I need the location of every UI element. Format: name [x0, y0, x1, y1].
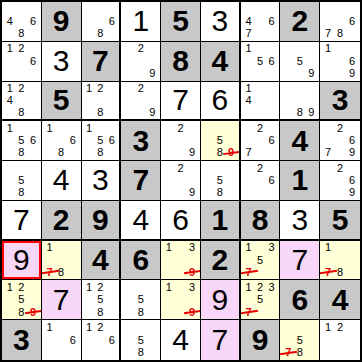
cell-r9c4[interactable]: 58: [121, 320, 161, 360]
cell-r2c4[interactable]: 29: [121, 42, 161, 82]
empty-slot: [254, 135, 266, 147]
empty-slot: [334, 3, 346, 15]
eliminated-candidate-7: 7: [282, 346, 294, 359]
empty-slot: [84, 334, 95, 347]
empty-slot: [266, 162, 278, 174]
cell-r1c9[interactable]: 678: [320, 2, 360, 42]
empty-slot: [4, 135, 16, 147]
candidate-6: 6: [106, 15, 117, 27]
empty-slot: [334, 242, 346, 254]
cell-r7c8[interactable]: 7: [280, 241, 320, 281]
empty-slot: [55, 321, 67, 334]
empty-slot: [306, 83, 318, 95]
empty-slot: [84, 3, 95, 15]
cell-r1c8[interactable]: 2: [280, 2, 320, 42]
empty-slot: [266, 94, 278, 106]
empty-slot: [254, 147, 266, 159]
cell-r5c4[interactable]: 7: [121, 161, 161, 201]
empty-slot: [27, 281, 39, 293]
cell-r5c9[interactable]: 269: [320, 161, 360, 201]
pencil-marks: 12357: [241, 280, 280, 319]
cell-r6c6[interactable]: 1: [201, 201, 241, 241]
empty-slot: [294, 94, 306, 106]
cell-r8c3[interactable]: 1258: [82, 280, 122, 320]
cell-r5c2[interactable]: 4: [42, 161, 82, 201]
cell-r6c9[interactable]: 5: [320, 201, 360, 241]
candidate-1: 1: [44, 242, 56, 254]
empty-slot: [27, 83, 39, 95]
empty-slot: [4, 162, 16, 174]
eliminated-candidate-7: 7: [322, 266, 334, 278]
cell-r1c6[interactable]: 3: [201, 2, 241, 42]
empty-slot: [266, 28, 278, 40]
cell-r9c6[interactable]: 7: [201, 320, 241, 360]
empty-slot: [254, 28, 266, 40]
pencil-marks: 58: [201, 161, 239, 200]
cell-r5c7[interactable]: 26: [241, 161, 281, 201]
cell-r9c8[interactable]: 578: [280, 320, 320, 360]
cell-r7c4[interactable]: 6: [121, 241, 161, 281]
pencil-marks: 1248: [2, 82, 41, 120]
empty-slot: [225, 122, 236, 134]
given-digit: 4: [332, 285, 349, 315]
empty-slot: [27, 43, 39, 55]
given-digit: 3: [13, 325, 30, 355]
empty-slot: [175, 281, 187, 293]
candidate-9: 9: [346, 67, 358, 79]
cell-r9c5[interactable]: 4: [161, 320, 201, 360]
candidate-5: 5: [135, 334, 147, 347]
empty-slot: [322, 122, 334, 134]
empty-slot: [84, 306, 95, 318]
candidate-9: 9: [147, 67, 159, 79]
empty-slot: [84, 94, 95, 106]
empty-slot: [243, 135, 255, 147]
cell-r7c9[interactable]: 178: [320, 241, 360, 281]
pencil-marks: 589: [201, 121, 239, 160]
empty-slot: [334, 55, 346, 67]
given-digit: 8: [252, 205, 269, 235]
empty-slot: [67, 122, 79, 134]
empty-slot: [67, 346, 79, 359]
candidate-5: 5: [214, 174, 225, 186]
given-digit: 5: [332, 205, 349, 235]
cell-r8c9[interactable]: 4: [320, 280, 360, 320]
pencil-marks: 1258: [82, 280, 120, 319]
cell-r2c8[interactable]: 59: [280, 42, 320, 82]
cell-r6c3[interactable]: 9: [82, 201, 122, 241]
candidate-6: 6: [266, 55, 278, 67]
empty-slot: [27, 122, 39, 134]
empty-slot: [282, 43, 294, 55]
candidate-3: 3: [186, 242, 198, 254]
cell-r3c7[interactable]: 14: [241, 82, 281, 122]
pencil-marks: 128: [82, 82, 120, 120]
cell-r9c9[interactable]: 12: [320, 320, 360, 360]
empty-slot: [175, 242, 187, 254]
cell-r2c9[interactable]: 169: [320, 42, 360, 82]
candidate-3: 3: [186, 281, 198, 293]
cell-r1c1[interactable]: 468: [2, 2, 42, 42]
candidate-6: 6: [346, 174, 358, 186]
empty-slot: [203, 174, 214, 186]
cell-r2c2[interactable]: 3: [42, 42, 82, 82]
cell-r1c7[interactable]: 467: [241, 2, 281, 42]
empty-slot: [322, 174, 334, 186]
empty-slot: [334, 174, 346, 186]
empty-slot: [123, 43, 135, 55]
empty-slot: [334, 67, 346, 79]
empty-slot: [123, 334, 135, 347]
empty-slot: [266, 122, 278, 134]
cell-r8c2[interactable]: 7: [42, 280, 82, 320]
empty-slot: [147, 321, 159, 334]
candidate-1: 1: [4, 83, 16, 95]
cell-r3c2[interactable]: 5: [42, 82, 82, 122]
candidate-7: 7: [322, 147, 334, 159]
empty-slot: [225, 162, 236, 174]
empty-slot: [243, 174, 255, 186]
empty-slot: [346, 122, 358, 134]
empty-slot: [67, 242, 79, 254]
candidate-1: 1: [4, 43, 16, 55]
empty-slot: [123, 321, 135, 334]
empty-slot: [306, 321, 318, 334]
empty-slot: [322, 162, 334, 174]
empty-slot: [95, 122, 106, 134]
pencil-marks: 168: [42, 121, 81, 160]
cell-r4c4[interactable]: 3: [121, 121, 161, 161]
candidate-5: 5: [95, 294, 106, 306]
empty-slot: [175, 294, 187, 306]
empty-slot: [106, 294, 117, 306]
empty-slot: [243, 162, 255, 174]
pencil-marks: 178: [42, 241, 81, 280]
candidate-4: 4: [4, 15, 16, 27]
empty-slot: [4, 174, 16, 186]
given-digit: 9: [53, 6, 70, 36]
candidate-5: 5: [254, 294, 266, 306]
empty-slot: [346, 242, 358, 254]
empty-slot: [203, 147, 214, 159]
empty-slot: [163, 162, 175, 174]
empty-slot: [254, 242, 266, 254]
cell-r5c1[interactable]: 58: [2, 161, 42, 201]
empty-slot: [4, 28, 16, 40]
candidate-2: 2: [334, 321, 346, 334]
empty-slot: [334, 43, 346, 55]
candidate-7: 7: [243, 28, 255, 40]
cell-r4c8[interactable]: 4: [280, 121, 320, 161]
cell-r4c2[interactable]: 168: [42, 121, 82, 161]
empty-slot: [123, 306, 135, 318]
cell-r6c5[interactable]: 6: [161, 201, 201, 241]
candidate-8: 8: [95, 28, 106, 40]
cell-r3c6[interactable]: 6: [201, 82, 241, 122]
cell-r4c6[interactable]: 589: [201, 121, 241, 161]
cell-r4c5[interactable]: 29: [161, 121, 201, 161]
empty-slot: [254, 15, 266, 27]
cell-r3c1[interactable]: 1248: [2, 82, 42, 122]
candidate-2: 2: [16, 43, 28, 55]
empty-slot: [214, 162, 225, 174]
pencil-marks: 58: [121, 320, 160, 360]
candidate-1: 1: [243, 43, 255, 55]
cell-r5c6[interactable]: 58: [201, 161, 241, 201]
cell-r3c9[interactable]: 3: [320, 82, 360, 122]
empty-slot: [27, 174, 39, 186]
empty-slot: [266, 147, 278, 159]
pencil-marks: 12589: [2, 280, 41, 319]
candidate-9: 9: [346, 147, 358, 159]
empty-slot: [322, 15, 334, 27]
cell-r3c3[interactable]: 128: [82, 82, 122, 122]
empty-slot: [44, 334, 56, 347]
empty-slot: [175, 187, 187, 199]
empty-slot: [123, 94, 135, 106]
empty-slot: [225, 187, 236, 199]
empty-slot: [135, 94, 147, 106]
candidate-1: 1: [322, 321, 334, 334]
candidate-6: 6: [346, 135, 358, 147]
candidate-5: 5: [16, 174, 28, 186]
empty-slot: [186, 174, 198, 186]
solved-digit: 7: [53, 285, 70, 315]
empty-slot: [243, 67, 255, 79]
pencil-marks: 126: [82, 320, 120, 360]
pencil-marks: 139: [161, 241, 200, 280]
empty-slot: [16, 67, 28, 79]
given-digit: 6: [132, 245, 149, 275]
candidate-9: 9: [186, 147, 198, 159]
empty-slot: [243, 294, 255, 306]
empty-slot: [27, 147, 39, 159]
candidate-8: 8: [294, 106, 306, 118]
candidate-1: 1: [322, 43, 334, 55]
candidate-8: 8: [16, 28, 28, 40]
candidate-4: 4: [243, 94, 255, 106]
given-digit: 1: [291, 165, 308, 195]
cell-r6c7[interactable]: 8: [241, 201, 281, 241]
cell-r1c2[interactable]: 9: [42, 2, 82, 42]
pencil-marks: 467: [241, 2, 280, 41]
pencil-marks: 59: [280, 42, 319, 81]
given-digit: 3: [132, 126, 149, 156]
cell-r8c7[interactable]: 12357: [241, 280, 281, 320]
cell-r4c7[interactable]: 267: [241, 121, 281, 161]
cell-r9c1[interactable]: 3: [2, 320, 42, 360]
cell-r5c8[interactable]: 1: [280, 161, 320, 201]
empty-slot: [266, 67, 278, 79]
empty-slot: [84, 106, 95, 118]
cell-r3c5[interactable]: 7: [161, 82, 201, 122]
empty-slot: [175, 135, 187, 147]
cell-r1c5[interactable]: 5: [161, 2, 201, 42]
candidate-1: 1: [84, 281, 95, 293]
cell-r6c2[interactable]: 2: [42, 201, 82, 241]
candidate-8: 8: [95, 106, 106, 118]
empty-slot: [106, 3, 117, 15]
empty-slot: [84, 294, 95, 306]
empty-slot: [243, 254, 255, 266]
cell-r9c7[interactable]: 9: [241, 320, 281, 360]
candidate-9: 9: [306, 106, 318, 118]
candidate-9: 9: [147, 106, 159, 118]
given-digit: 2: [211, 245, 228, 275]
empty-slot: [294, 43, 306, 55]
candidate-1: 1: [84, 321, 95, 334]
empty-slot: [243, 3, 255, 15]
cell-r6c8[interactable]: 3: [280, 201, 320, 241]
empty-slot: [334, 334, 346, 347]
candidate-2: 2: [95, 321, 106, 334]
empty-slot: [4, 67, 16, 79]
empty-slot: [84, 28, 95, 40]
eliminated-candidate-7: 7: [243, 306, 255, 318]
empty-slot: [175, 254, 187, 266]
empty-slot: [214, 122, 225, 134]
empty-slot: [282, 83, 294, 95]
solved-digit: 3: [92, 165, 109, 195]
pencil-marks: 178: [320, 241, 360, 280]
empty-slot: [123, 55, 135, 67]
empty-slot: [95, 334, 106, 347]
empty-slot: [186, 135, 198, 147]
cell-r7c6[interactable]: 2: [201, 241, 241, 281]
candidate-5: 5: [254, 55, 266, 67]
empty-slot: [135, 321, 147, 334]
empty-slot: [135, 55, 147, 67]
cell-r1c4[interactable]: 1: [121, 2, 161, 42]
pencil-marks: 126: [2, 42, 41, 81]
cell-r7c3[interactable]: 4: [82, 241, 122, 281]
candidate-2: 2: [135, 43, 147, 55]
cell-r9c2[interactable]: 16: [42, 320, 82, 360]
cell-r6c1[interactable]: 7: [2, 201, 42, 241]
candidate-1: 1: [163, 242, 175, 254]
cell-r8c6[interactable]: 9: [201, 280, 241, 320]
empty-slot: [346, 321, 358, 334]
candidate-8: 8: [95, 147, 106, 159]
empty-slot: [186, 294, 198, 306]
candidate-8: 8: [95, 306, 106, 318]
pencil-marks: 1568: [2, 121, 41, 160]
empty-slot: [306, 55, 318, 67]
candidate-8: 8: [135, 346, 147, 359]
cell-r2c3[interactable]: 7: [82, 42, 122, 82]
candidate-5: 5: [16, 294, 28, 306]
empty-slot: [163, 187, 175, 199]
empty-slot: [163, 122, 175, 134]
cell-r6c4[interactable]: 4: [121, 201, 161, 241]
empty-slot: [266, 187, 278, 199]
pencil-marks: 169: [320, 42, 360, 81]
cell-r5c5[interactable]: 29: [161, 161, 201, 201]
solved-digit: 7: [211, 325, 228, 355]
pencil-marks: 269: [320, 161, 360, 200]
cell-r7c1[interactable]: 9: [2, 241, 42, 281]
cell-r7c5[interactable]: 139: [161, 241, 201, 281]
empty-slot: [147, 55, 159, 67]
empty-slot: [16, 162, 28, 174]
cell-r2c6[interactable]: 4: [201, 42, 241, 82]
empty-slot: [27, 94, 39, 106]
cell-r7c2[interactable]: 178: [42, 241, 82, 281]
solved-digit: 3: [53, 46, 70, 76]
cell-r4c1[interactable]: 1568: [2, 121, 42, 161]
empty-slot: [16, 15, 28, 27]
eliminated-candidate-9: 9: [186, 266, 198, 278]
given-digit: 4: [92, 245, 109, 275]
empty-slot: [16, 55, 28, 67]
candidate-4: 4: [4, 94, 16, 106]
empty-slot: [95, 94, 106, 106]
candidate-6: 6: [106, 135, 117, 147]
empty-slot: [186, 162, 198, 174]
pencil-marks: 58: [121, 280, 160, 319]
cell-r7c7[interactable]: 1357: [241, 241, 281, 281]
candidate-2: 2: [254, 122, 266, 134]
candidate-1: 1: [243, 242, 255, 254]
cell-r8c5[interactable]: 139: [161, 280, 201, 320]
pencil-marks: 29: [121, 42, 160, 81]
given-digit: 5: [53, 85, 70, 115]
cell-r8c1[interactable]: 12589: [2, 280, 42, 320]
cell-r9c3[interactable]: 126: [82, 320, 122, 360]
candidate-6: 6: [346, 15, 358, 27]
candidate-7: 7: [322, 28, 334, 40]
cell-r4c9[interactable]: 2679: [320, 121, 360, 161]
given-digit: 8: [172, 46, 189, 76]
empty-slot: [266, 294, 278, 306]
candidate-6: 6: [106, 334, 117, 347]
empty-slot: [225, 174, 236, 186]
empty-slot: [4, 147, 16, 159]
cell-r2c5[interactable]: 8: [161, 42, 201, 82]
empty-slot: [163, 174, 175, 186]
cell-r5c3[interactable]: 3: [82, 161, 122, 201]
candidate-6: 6: [67, 334, 79, 347]
cell-r8c8[interactable]: 6: [280, 280, 320, 320]
pencil-marks: 12: [320, 320, 360, 360]
empty-slot: [4, 3, 16, 15]
candidate-1: 1: [243, 281, 255, 293]
candidate-1: 1: [4, 281, 16, 293]
empty-slot: [27, 294, 39, 306]
solved-digit: 7: [13, 205, 30, 235]
empty-slot: [282, 94, 294, 106]
empty-slot: [254, 83, 266, 95]
pencil-marks: 16: [42, 320, 81, 360]
candidate-6: 6: [27, 135, 39, 147]
cell-r3c8[interactable]: 89: [280, 82, 320, 122]
empty-slot: [322, 254, 334, 266]
cell-r1c3[interactable]: 68: [82, 2, 122, 42]
pencil-marks: 267: [241, 121, 280, 160]
empty-slot: [243, 106, 255, 118]
cell-r3c4[interactable]: 29: [121, 82, 161, 122]
eliminated-candidate-9: 9: [225, 147, 236, 159]
empty-slot: [175, 147, 187, 159]
eliminated-candidate-7: 7: [243, 266, 255, 278]
cell-r8c4[interactable]: 58: [121, 280, 161, 320]
empty-slot: [254, 67, 266, 79]
cell-r4c3[interactable]: 1568: [82, 121, 122, 161]
empty-slot: [294, 83, 306, 95]
cell-r2c1[interactable]: 126: [2, 42, 42, 82]
cell-r2c7[interactable]: 156: [241, 42, 281, 82]
empty-slot: [294, 67, 306, 79]
